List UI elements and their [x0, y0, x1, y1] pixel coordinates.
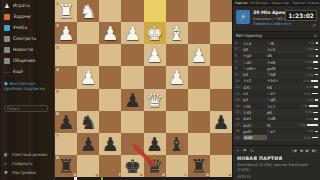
white-move[interactable]: ♗g5	[243, 53, 267, 58]
sidebar-item-label: Смотреть	[13, 36, 36, 41]
score-summary: (970-0)	[233, 173, 320, 180]
move-time-bar	[315, 99, 318, 101]
black-pawn: ♟	[77, 133, 99, 155]
arena-header: ⚡ 30 Min Арена Блицевая • 768 игроков Пе…	[233, 6, 320, 31]
move-number: 12.	[235, 92, 243, 96]
sidebar-item-3[interactable]: Учеба	[0, 22, 54, 33]
square-h7[interactable]: 7	[55, 133, 77, 155]
move-time-label: 0:06	[303, 79, 310, 83]
square-e8[interactable]: e♚	[121, 155, 143, 177]
square-f8[interactable]: f	[99, 155, 121, 177]
bottom-player-bar	[55, 177, 232, 180]
black-bishop: ♝	[166, 133, 188, 155]
square-f2[interactable]: ♟	[99, 22, 121, 44]
square-f1[interactable]	[99, 0, 121, 22]
square-e4[interactable]	[121, 66, 143, 88]
utility-label: Светлый режим	[12, 152, 47, 157]
move-list: 4.♗c4♘f60:015.d3♗c50:026.♗g5d60:017.♘d5♗…	[233, 39, 320, 145]
move-time: 0:02	[291, 47, 318, 51]
white-move[interactable]: d3	[243, 47, 267, 52]
move-number: 13.	[235, 98, 243, 102]
white-move[interactable]: ♕d5	[243, 110, 267, 115]
sidebar-search	[4, 95, 50, 114]
white-pawn: ♟	[188, 44, 210, 66]
panel-tab-5[interactable]: Игроки	[305, 0, 320, 5]
move-time: 0:10	[291, 123, 318, 127]
move-time-label: 0:03	[306, 66, 313, 70]
black-move[interactable]: ♘e7	[267, 129, 291, 134]
move-time-label: 0:05	[304, 92, 311, 96]
square-c4[interactable]: ♟	[166, 66, 188, 88]
sidebar-utilities: ◐Светлый режим«Свернуть✱Настройки	[0, 150, 54, 177]
sidebar-item-5[interactable]: Новости	[0, 44, 54, 55]
square-f7[interactable]: ♟	[99, 133, 121, 155]
settings-icon: ✱	[4, 170, 9, 175]
move-number: 19.	[235, 136, 243, 140]
move-time: 0:02	[291, 129, 318, 133]
white-pawn: ♟	[77, 66, 99, 88]
move-number: 4.	[235, 41, 243, 45]
next-move-icon[interactable]: ▶	[306, 148, 309, 153]
square-h4[interactable]: 4	[55, 66, 77, 88]
black-move[interactable]: ♘g6	[267, 97, 291, 102]
white-pawn: ♟	[144, 44, 166, 66]
white-move[interactable]: gxf5	[243, 129, 267, 134]
square-f5[interactable]	[99, 89, 121, 111]
square-b4[interactable]	[188, 66, 210, 88]
black-move[interactable]: a6	[267, 110, 291, 115]
move-time: 0:02	[291, 98, 318, 102]
square-g8[interactable]: g	[77, 155, 99, 177]
sidebar-item-label: Ещё	[13, 69, 23, 74]
players-summary: Veselabruh (1156) против BasSmash (1103)	[233, 163, 320, 173]
white-move[interactable]: g4	[243, 97, 267, 102]
square-e5[interactable]: ♟	[121, 89, 143, 111]
square-d3[interactable]: ♟	[144, 44, 166, 66]
black-move[interactable]: ♗c5	[267, 47, 291, 52]
sidebar-item-7[interactable]: ⋯Ещё	[0, 66, 54, 77]
move-time-bar	[307, 124, 318, 126]
search-input[interactable]	[4, 105, 48, 112]
sidebar-item-label: Задачи	[13, 14, 30, 19]
white-move[interactable]: ♔d1	[243, 123, 267, 128]
square-a3[interactable]	[210, 44, 232, 66]
move-time-label: 0:04	[305, 60, 312, 64]
square-c6[interactable]	[166, 111, 188, 133]
move-time: 0:03	[291, 85, 318, 89]
lightning-icon: ⚡	[236, 10, 250, 24]
black-knight: ♞	[77, 111, 99, 133]
player-avatar	[74, 177, 77, 180]
square-d7[interactable]: ♟	[144, 133, 166, 155]
first-move-icon[interactable]: |◀	[292, 148, 297, 153]
move-time-bar	[312, 93, 318, 95]
move-time-bar	[309, 105, 318, 107]
square-g6[interactable]: ♞	[77, 111, 99, 133]
move-number: 11.	[235, 85, 243, 89]
white-move[interactable]: b3	[243, 72, 267, 77]
move-time-bar	[311, 80, 318, 82]
black-move[interactable]: ♘e7	[267, 91, 291, 96]
black-pawn: ♟	[121, 89, 143, 111]
move-time-bar	[314, 86, 318, 88]
move-number: 17.	[235, 123, 243, 127]
collapse-button[interactable]: «Свернуть	[0, 159, 54, 168]
move-time: 0:01	[291, 41, 318, 45]
square-c1[interactable]	[166, 0, 188, 22]
square-g5[interactable]	[77, 89, 99, 111]
move-time-bar	[315, 49, 318, 51]
pawn-logo-icon: ♟	[4, 3, 10, 9]
black-move[interactable]: ♖b8	[267, 72, 291, 77]
opening-name: Reti Opening	[236, 33, 262, 38]
square-d8[interactable]: d♛	[144, 155, 166, 177]
move-time-bar	[313, 112, 318, 114]
square-f4[interactable]	[99, 66, 121, 88]
black-move[interactable]: d6	[267, 53, 291, 58]
square-e3[interactable]	[121, 44, 143, 66]
white-move[interactable]: ♗c2	[243, 78, 267, 83]
square-h8[interactable]: 8h♜	[55, 155, 77, 177]
move-time-bar	[312, 137, 318, 139]
arena-timer: 1:23:02	[285, 10, 317, 21]
board-area: 1♜♞2♟♟♟♚♝3♟♟4♟♟5♟♛6♟♞♟7♟♟♟♝8h♜gfe♚d♛cb♜a	[55, 0, 232, 180]
square-b7[interactable]	[188, 133, 210, 155]
square-b3[interactable]: ♟	[188, 44, 210, 66]
black-move[interactable]: ♘f6	[267, 41, 291, 46]
move-time-bar	[316, 42, 318, 44]
move-time: 0:06	[291, 79, 318, 83]
square-d1[interactable]	[144, 0, 166, 22]
move-time-label: 0:02	[307, 47, 314, 51]
square-b2[interactable]	[188, 22, 210, 44]
social-icon	[4, 58, 10, 64]
utility-label: Свернуть	[12, 161, 33, 166]
sidebar-item-2[interactable]: Задачи	[0, 11, 54, 22]
arena-standings-link[interactable]: Перейти к рейтингу	[253, 22, 291, 26]
app-screen: 1♜♞2♟♟♟♚♝3♟♟4♟♟5♟♛6♟♞♟7♟♟♟♝8h♜gfe♚d♛cb♜a…	[0, 0, 320, 180]
panel-tab-3[interactable]: Новая пар..	[269, 0, 290, 5]
black-pawn: ♟	[210, 111, 232, 133]
move-time: 0:04	[291, 110, 318, 114]
chess-board[interactable]: 1♜♞2♟♟♟♚♝3♟♟4♟♟5♟♛6♟♞♟7♟♟♟♝8h♜gfe♚d♛cb♜a	[55, 0, 232, 177]
move-time-label: 0:02	[307, 129, 314, 133]
square-g2[interactable]	[77, 22, 99, 44]
white-bishop: ♝	[166, 22, 188, 44]
main-sidebar: ♟ИгратьЗадачиУчебаСмотретьНовостиОбщение…	[0, 0, 54, 180]
black-pawn: ♟	[99, 133, 121, 155]
move-time-label: 0:08	[301, 104, 308, 108]
prev-move-icon[interactable]: ◀	[299, 148, 302, 153]
last-move-icon[interactable]: ▶|	[312, 148, 317, 153]
square-h6[interactable]: 6♟	[55, 111, 77, 133]
white-knight: ♞	[77, 0, 99, 22]
resign-flag-icon[interactable]: ⚑	[243, 148, 247, 153]
white-pawn: ♟	[99, 22, 121, 44]
move-time-label: 0:01	[308, 41, 315, 45]
square-d2[interactable]: ♚	[144, 22, 166, 44]
move-number: 18.	[235, 129, 243, 133]
square-e2[interactable]: ♟	[121, 22, 143, 44]
square-a4[interactable]	[210, 66, 232, 88]
black-move[interactable]: ♗e6	[267, 60, 291, 65]
move-number: 9.	[235, 73, 243, 77]
online-indicator-icon	[101, 177, 103, 179]
white-move[interactable]: ♕f3	[243, 104, 267, 109]
square-g7[interactable]: ♟	[77, 133, 99, 155]
square-f6[interactable]	[99, 111, 121, 133]
move-number: 8.	[235, 66, 243, 70]
move-time-label: 0:10	[299, 123, 306, 127]
move-number: 14.	[235, 104, 243, 108]
square-g4[interactable]: ♟	[77, 66, 99, 88]
black-move[interactable]: gxf6	[267, 66, 291, 71]
game-panel: Партия30 Min Аре..Новая пар..ПартииИгрок…	[232, 0, 320, 180]
collapse-icon: «	[4, 161, 9, 166]
free-trial-link[interactable]: ◆ Бесплатная пробная подписка	[4, 81, 50, 91]
black-move[interactable]: ♗b4+	[267, 78, 291, 83]
move-time-label: 0:02	[307, 73, 314, 77]
sidebar-item-label: Играть	[13, 3, 30, 8]
white-move[interactable]: ♔d2	[243, 135, 267, 140]
arena-title: 30 Min Арена	[253, 10, 288, 15]
square-a6[interactable]: ♟	[210, 111, 232, 133]
light-mode-icon: ◐	[4, 152, 9, 157]
move-time-bar	[314, 68, 318, 70]
square-b6[interactable]	[188, 111, 210, 133]
move-row: 19.♔d20:05	[233, 134, 320, 140]
sidebar-item-label: Новости	[13, 47, 33, 52]
puzzle-icon	[4, 14, 10, 20]
move-time-bar	[315, 74, 318, 76]
white-move[interactable]: ♗c4	[243, 41, 267, 46]
move-time-bar	[314, 118, 318, 120]
square-b5[interactable]	[188, 89, 210, 111]
panel-tab-2[interactable]: 30 Min Аре..	[248, 0, 270, 5]
move-time-label: 0:04	[305, 110, 312, 114]
move-time-label: 0:03	[306, 85, 313, 89]
light-mode-button[interactable]: ◐Светлый режим	[0, 150, 54, 159]
black-move[interactable]: h6	[267, 85, 291, 90]
white-move[interactable]: c4	[243, 91, 267, 96]
move-time: 0:04	[291, 60, 318, 64]
square-a5[interactable]	[210, 89, 232, 111]
move-number: 6.	[235, 54, 243, 58]
learn-icon	[4, 25, 10, 31]
square-c3[interactable]	[166, 44, 188, 66]
square-c7[interactable]: ♝	[166, 133, 188, 155]
square-a7[interactable]	[210, 133, 232, 155]
white-queen: ♛	[144, 89, 166, 111]
share-icon[interactable]: ↗	[312, 22, 316, 28]
move-time: 0:02	[291, 73, 318, 77]
square-h5[interactable]: 5	[55, 89, 77, 111]
square-d6[interactable]	[144, 111, 166, 133]
move-time-label: 0:03	[306, 117, 313, 121]
black-pawn: ♟	[144, 133, 166, 155]
square-a8[interactable]: a	[210, 155, 232, 177]
move-time-bar	[315, 131, 318, 133]
settings-button[interactable]: ✱Настройки	[0, 168, 54, 177]
news-icon	[4, 47, 10, 53]
white-pawn: ♟	[166, 66, 188, 88]
square-g1[interactable]: ♞	[77, 0, 99, 22]
move-number: 7.	[235, 60, 243, 64]
square-d4[interactable]	[144, 66, 166, 88]
square-h1[interactable]: 1♜	[55, 0, 77, 22]
square-c8[interactable]: c	[166, 155, 188, 177]
square-h3[interactable]: 3	[55, 44, 77, 66]
square-a2[interactable]	[210, 22, 232, 44]
black-move[interactable]: f5	[267, 123, 291, 128]
square-g3[interactable]	[77, 44, 99, 66]
move-time: 0:05	[291, 92, 318, 96]
move-time-label: 0:02	[307, 98, 314, 102]
square-a1[interactable]	[210, 0, 232, 22]
move-time: 0:08	[291, 104, 318, 108]
white-move[interactable]: ♔f1	[243, 85, 267, 90]
white-move[interactable]: ♔e1	[243, 116, 267, 121]
move-number: 15.	[235, 110, 243, 114]
book-icon[interactable]: ≣	[314, 33, 317, 38]
move-time: 0:03	[291, 66, 318, 70]
more-dots-icon: ⋯	[4, 69, 10, 75]
square-b8[interactable]: b♜	[188, 155, 210, 177]
opening-row: Reti Opening ≣	[233, 31, 320, 39]
move-time-bar	[316, 55, 318, 57]
panel-tab-1[interactable]: Партия	[233, 0, 248, 5]
sidebar-item-label: Общение	[13, 58, 35, 63]
white-pawn: ♟	[121, 22, 143, 44]
black-move[interactable]: ♗c7	[267, 104, 291, 109]
square-b1[interactable]	[188, 0, 210, 22]
draw-offer-icon[interactable]: ½	[250, 148, 254, 153]
square-h2[interactable]: 2♟	[55, 22, 77, 44]
sidebar-item-label: Учеба	[13, 25, 27, 30]
square-c2[interactable]: ♝	[166, 22, 188, 44]
square-e6[interactable]	[121, 111, 143, 133]
square-f3[interactable]	[99, 44, 121, 66]
move-time: 0:05	[291, 136, 318, 140]
black-move[interactable]: ♕d8	[267, 116, 291, 121]
move-time: 0:01	[291, 54, 318, 58]
move-number: 5.	[235, 47, 243, 51]
white-move[interactable]: ♘d5	[243, 60, 267, 65]
game-controls: +⚑½ |◀◀▶▶|	[233, 145, 320, 154]
square-e1[interactable]	[121, 0, 143, 22]
white-move[interactable]: ♘xf6+	[243, 66, 267, 71]
sidebar-item-4[interactable]: Смотреть	[0, 33, 54, 44]
sidebar-item-6[interactable]: Общение	[0, 55, 54, 66]
add-time-icon[interactable]: +	[236, 148, 240, 153]
watch-icon	[4, 36, 10, 42]
panel-tab-4[interactable]: Партии	[290, 0, 305, 5]
square-c5[interactable]	[166, 89, 188, 111]
move-time-label: 0:05	[304, 136, 311, 140]
square-e7[interactable]	[121, 133, 143, 155]
utility-label: Настройки	[12, 170, 36, 175]
move-time: 0:03	[291, 117, 318, 121]
move-time-bar	[313, 61, 318, 63]
square-d5[interactable]: ♛	[144, 89, 166, 111]
move-time-label: 0:01	[308, 54, 315, 58]
move-number: 16.	[235, 117, 243, 121]
move-number: 10.	[235, 79, 243, 83]
sidebar-item-1[interactable]: ♟Играть	[0, 0, 54, 11]
